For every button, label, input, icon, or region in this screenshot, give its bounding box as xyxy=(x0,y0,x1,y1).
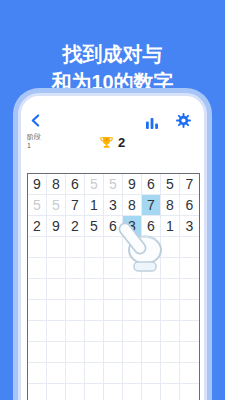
grid-cell[interactable] xyxy=(142,321,161,342)
grid-cell[interactable]: 9 xyxy=(47,216,66,237)
grid-cell[interactable] xyxy=(123,321,142,342)
grid-cell[interactable]: 6 xyxy=(142,174,161,195)
grid-cell[interactable] xyxy=(28,279,47,300)
grid-cell[interactable] xyxy=(161,279,180,300)
chevron-left-icon xyxy=(31,114,40,127)
grid-cell[interactable] xyxy=(47,384,66,400)
grid-cell[interactable]: 8 xyxy=(47,174,66,195)
grid-cell[interactable] xyxy=(85,342,104,363)
grid-cell[interactable] xyxy=(161,363,180,384)
grid-cell[interactable] xyxy=(104,384,123,400)
grid-cell[interactable] xyxy=(28,342,47,363)
grid-cell[interactable]: 6 xyxy=(66,174,85,195)
score-display: 2 xyxy=(21,134,204,150)
grid-cell[interactable] xyxy=(85,237,104,258)
settings-button[interactable] xyxy=(176,113,192,129)
grid-cell[interactable] xyxy=(180,300,199,321)
grid-cell[interactable] xyxy=(142,279,161,300)
grid-cell[interactable] xyxy=(66,237,85,258)
grid-cell[interactable]: 8 xyxy=(123,195,142,216)
grid-cell[interactable] xyxy=(47,279,66,300)
grid-cell[interactable]: 1 xyxy=(85,195,104,216)
grid-cell[interactable] xyxy=(85,363,104,384)
grid-cell[interactable]: 9 xyxy=(123,174,142,195)
grid-cell[interactable] xyxy=(47,363,66,384)
tutorial-headline-line1: 找到成对与 xyxy=(0,40,225,68)
grid-cell[interactable] xyxy=(142,384,161,400)
grid-cell[interactable] xyxy=(142,300,161,321)
grid-cell[interactable] xyxy=(104,321,123,342)
grid-cell[interactable] xyxy=(47,321,66,342)
back-button[interactable] xyxy=(31,113,45,129)
grid-cell[interactable] xyxy=(47,237,66,258)
grid-cell[interactable] xyxy=(66,342,85,363)
grid-cell[interactable] xyxy=(161,342,180,363)
grid-cell[interactable]: 5 xyxy=(28,195,47,216)
grid-cell[interactable] xyxy=(104,300,123,321)
grid-cell[interactable]: 5 xyxy=(85,216,104,237)
grid-cell[interactable] xyxy=(104,342,123,363)
grid-cell[interactable]: 2 xyxy=(66,216,85,237)
tutorial-headline-line2: 和为10的数字 xyxy=(0,68,225,96)
grid-cell[interactable] xyxy=(123,363,142,384)
grid-cell[interactable]: 6 xyxy=(180,195,199,216)
gear-icon xyxy=(176,113,191,128)
grid-cell[interactable] xyxy=(180,363,199,384)
grid-cell[interactable] xyxy=(123,384,142,400)
grid-cell[interactable] xyxy=(28,384,47,400)
grid-cell[interactable] xyxy=(180,342,199,363)
number-grid: 986559657557138786292563613 xyxy=(27,173,200,400)
grid-cell[interactable]: 5 xyxy=(47,195,66,216)
grid-cell[interactable]: 7 xyxy=(142,195,161,216)
grid-cell[interactable]: 5 xyxy=(104,174,123,195)
grid-cell[interactable] xyxy=(180,321,199,342)
grid-cell[interactable] xyxy=(28,258,47,279)
grid-cell[interactable] xyxy=(180,258,199,279)
grid-cell[interactable] xyxy=(66,363,85,384)
grid-cell[interactable] xyxy=(142,363,161,384)
grid-cell[interactable] xyxy=(161,300,180,321)
hand-cursor-icon xyxy=(110,222,164,272)
grid-cell[interactable] xyxy=(104,363,123,384)
grid-cell[interactable] xyxy=(85,321,104,342)
grid-cell[interactable] xyxy=(123,300,142,321)
score-value: 2 xyxy=(118,135,125,150)
grid-cell[interactable] xyxy=(47,258,66,279)
grid-cell[interactable]: 7 xyxy=(180,174,199,195)
grid-cell[interactable] xyxy=(47,342,66,363)
grid-cell[interactable] xyxy=(28,300,47,321)
grid-cell[interactable] xyxy=(85,258,104,279)
grid-cell[interactable] xyxy=(180,384,199,400)
grid-cell[interactable]: 3 xyxy=(104,195,123,216)
grid-cell[interactable] xyxy=(123,342,142,363)
grid-cell[interactable] xyxy=(161,384,180,400)
grid-cell[interactable] xyxy=(85,300,104,321)
grid-cell[interactable] xyxy=(180,279,199,300)
grid-cell[interactable] xyxy=(85,279,104,300)
grid-cell[interactable]: 5 xyxy=(85,174,104,195)
grid-cell[interactable] xyxy=(104,279,123,300)
grid-cell[interactable]: 2 xyxy=(28,216,47,237)
stats-button[interactable] xyxy=(146,115,160,129)
grid-cell[interactable]: 9 xyxy=(28,174,47,195)
grid-cell[interactable] xyxy=(28,363,47,384)
grid-cell[interactable] xyxy=(142,342,161,363)
grid-cell[interactable]: 8 xyxy=(161,195,180,216)
tutorial-headline: 找到成对与 和为10的数字 xyxy=(0,40,225,96)
grid-cell[interactable] xyxy=(123,279,142,300)
grid-cell[interactable] xyxy=(28,237,47,258)
trophy-icon xyxy=(100,136,113,149)
grid-cell[interactable]: 5 xyxy=(161,174,180,195)
bar-chart-icon xyxy=(146,117,158,129)
grid-cell[interactable] xyxy=(66,321,85,342)
grid-cell[interactable] xyxy=(66,258,85,279)
grid-cell[interactable] xyxy=(66,279,85,300)
grid-cell[interactable]: 7 xyxy=(66,195,85,216)
grid-cell[interactable] xyxy=(180,237,199,258)
grid-cell[interactable] xyxy=(161,321,180,342)
grid-cell[interactable] xyxy=(66,384,85,400)
grid-cell[interactable] xyxy=(28,321,47,342)
grid-cell[interactable] xyxy=(85,384,104,400)
grid-cell[interactable] xyxy=(66,300,85,321)
grid-cell[interactable]: 3 xyxy=(180,216,199,237)
grid-cell[interactable] xyxy=(47,300,66,321)
